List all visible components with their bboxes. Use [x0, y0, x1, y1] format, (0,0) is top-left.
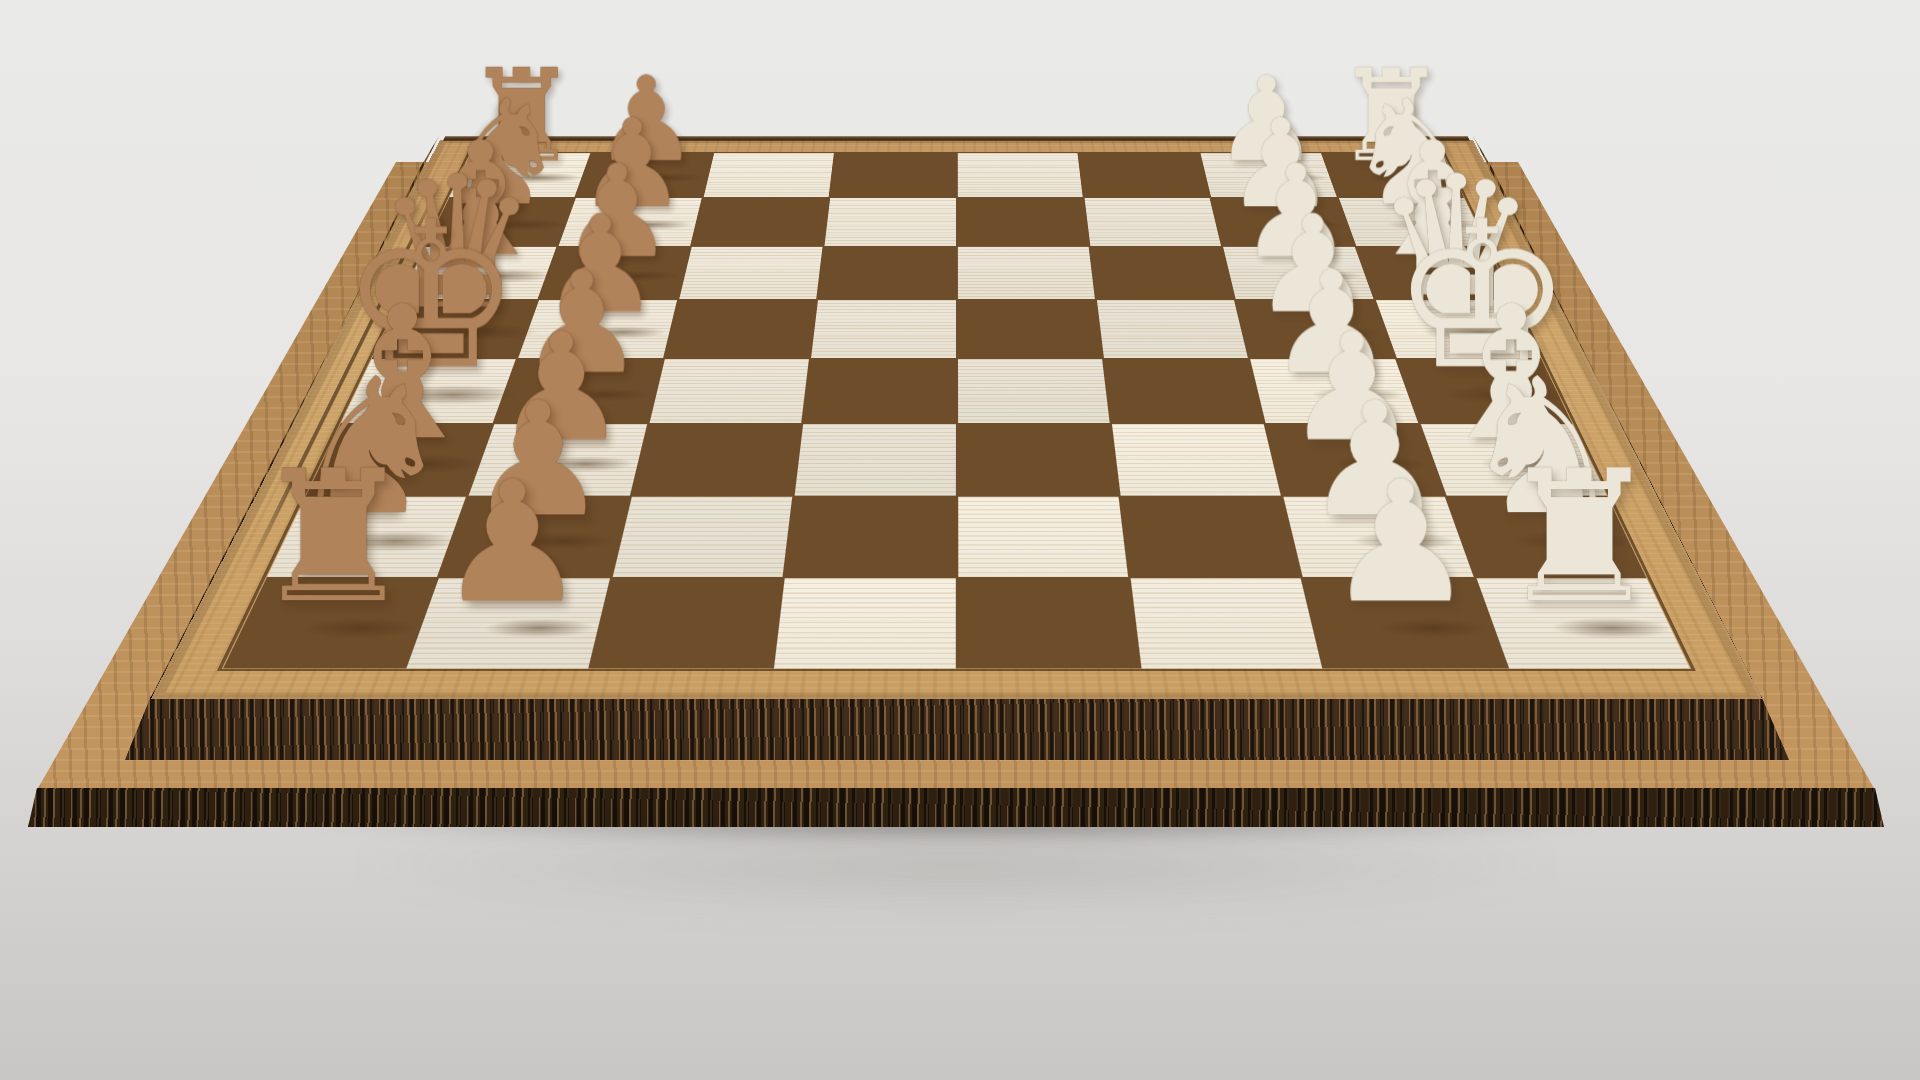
square-c4[interactable]: [957, 246, 1094, 299]
shadow-b7: [591, 217, 712, 232]
piece-layer: ♜♞♝♛♚♝♞♜♟♟♟♟♟♟♟♟♟♟♟♟♟♟♟♟♜♞♝♛♚♝♞♜: [223, 153, 1690, 668]
board-surface: ♜♞♝♛♚♝♞♜♟♟♟♟♟♟♟♟♟♟♟♟♟♟♟♟♜♞♝♛♚♝♞♜: [150, 140, 1761, 699]
square-b5[interactable]: [824, 197, 955, 245]
square-b4[interactable]: [957, 197, 1088, 245]
chess-scene: ♜♞♝♛♚♝♞♜♟♟♟♟♟♟♟♟♟♟♟♟♟♟♟♟♜♞♝♛♚♝♞♜: [0, 0, 1920, 1080]
square-c5[interactable]: [818, 246, 955, 299]
square-b6[interactable]: [691, 197, 828, 245]
square-d4[interactable]: [957, 300, 1101, 358]
square-d5[interactable]: [811, 300, 955, 358]
white-rook-icon: ♜: [1384, 452, 1773, 620]
square-b3[interactable]: [1084, 197, 1221, 245]
square-a5[interactable]: [830, 153, 955, 197]
shadow-a7: [607, 170, 723, 184]
square-a6[interactable]: [703, 153, 834, 197]
shadow-a2: [1230, 170, 1346, 184]
square-a4[interactable]: [957, 153, 1082, 197]
black-rook-icon: ♜: [139, 452, 528, 620]
square-a3[interactable]: [1079, 153, 1210, 197]
